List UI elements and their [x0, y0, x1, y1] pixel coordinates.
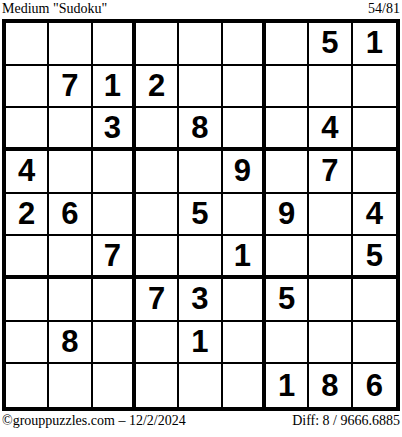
- cell-r6c1[interactable]: [6, 236, 49, 279]
- cell-r7c7-given[interactable]: 5: [266, 279, 309, 322]
- cell-r9c6[interactable]: [223, 364, 266, 407]
- cell-r6c2[interactable]: [49, 236, 92, 279]
- cell-r2c7[interactable]: [266, 66, 309, 109]
- cell-r2c4-given[interactable]: 2: [136, 66, 179, 109]
- cell-r5c6[interactable]: [223, 194, 266, 237]
- cell-r3c9[interactable]: [353, 108, 396, 151]
- cell-r7c3[interactable]: [93, 279, 136, 322]
- cell-r5c2-given[interactable]: 6: [49, 194, 92, 237]
- cell-r3c6[interactable]: [223, 108, 266, 151]
- cell-r9c5[interactable]: [179, 364, 222, 407]
- cell-r9c3[interactable]: [93, 364, 136, 407]
- cell-r5c7-given[interactable]: 9: [266, 194, 309, 237]
- cell-r9c4[interactable]: [136, 364, 179, 407]
- cell-r6c5[interactable]: [179, 236, 222, 279]
- copyright-text: ©grouppuzzles.com – 12/2/2024: [2, 413, 186, 429]
- cell-r2c5[interactable]: [179, 66, 222, 109]
- cell-r9c9-given[interactable]: 6: [353, 364, 396, 407]
- cell-r6c3-given[interactable]: 7: [93, 236, 136, 279]
- cell-r2c1[interactable]: [6, 66, 49, 109]
- cell-r2c2-given[interactable]: 7: [49, 66, 92, 109]
- cell-r4c5[interactable]: [179, 151, 222, 194]
- cell-r9c1[interactable]: [6, 364, 49, 407]
- cell-r1c1[interactable]: [6, 23, 49, 66]
- sudoku-page: Medium "Sudoku" 54/81 517123844972659471…: [0, 0, 402, 437]
- cell-r9c7-given[interactable]: 1: [266, 364, 309, 407]
- cell-r1c3[interactable]: [93, 23, 136, 66]
- cell-r8c4[interactable]: [136, 322, 179, 365]
- cell-r6c9-given[interactable]: 5: [353, 236, 396, 279]
- cell-r7c5-given[interactable]: 3: [179, 279, 222, 322]
- cell-r3c2[interactable]: [49, 108, 92, 151]
- difficulty-text: Diff: 8 / 9666.6885: [292, 413, 400, 429]
- cell-r7c8[interactable]: [309, 279, 352, 322]
- cell-r2c3-given[interactable]: 1: [93, 66, 136, 109]
- cell-r6c7[interactable]: [266, 236, 309, 279]
- cell-r5c9-given[interactable]: 4: [353, 194, 396, 237]
- cell-r3c8-given[interactable]: 4: [309, 108, 352, 151]
- cell-r4c7[interactable]: [266, 151, 309, 194]
- cell-r7c2[interactable]: [49, 279, 92, 322]
- cell-r5c5-given[interactable]: 5: [179, 194, 222, 237]
- cell-r7c4-given[interactable]: 7: [136, 279, 179, 322]
- cell-r1c4[interactable]: [136, 23, 179, 66]
- cell-r4c9[interactable]: [353, 151, 396, 194]
- cell-r2c9[interactable]: [353, 66, 396, 109]
- cell-r3c1[interactable]: [6, 108, 49, 151]
- cell-r9c8-given[interactable]: 8: [309, 364, 352, 407]
- cell-r2c8[interactable]: [309, 66, 352, 109]
- cell-r7c6[interactable]: [223, 279, 266, 322]
- sudoku-board: 517123844972659471573581186: [2, 19, 400, 411]
- cell-r8c8[interactable]: [309, 322, 352, 365]
- cell-r6c6-given[interactable]: 1: [223, 236, 266, 279]
- cell-r6c8[interactable]: [309, 236, 352, 279]
- cell-r5c8[interactable]: [309, 194, 352, 237]
- cell-r1c7[interactable]: [266, 23, 309, 66]
- cell-r3c4[interactable]: [136, 108, 179, 151]
- footer: ©grouppuzzles.com – 12/2/2024 Diff: 8 / …: [0, 411, 402, 433]
- cell-r3c3-given[interactable]: 3: [93, 108, 136, 151]
- puzzle-title: Medium "Sudoku": [2, 1, 107, 17]
- cell-r4c1-given[interactable]: 4: [6, 151, 49, 194]
- cell-r2c6[interactable]: [223, 66, 266, 109]
- cell-r3c7[interactable]: [266, 108, 309, 151]
- cell-r5c3[interactable]: [93, 194, 136, 237]
- cell-r4c6-given[interactable]: 9: [223, 151, 266, 194]
- cell-r1c8-given[interactable]: 5: [309, 23, 352, 66]
- cell-r4c4[interactable]: [136, 151, 179, 194]
- cell-r4c3[interactable]: [93, 151, 136, 194]
- cell-r8c6[interactable]: [223, 322, 266, 365]
- cell-r7c9[interactable]: [353, 279, 396, 322]
- cell-r1c6[interactable]: [223, 23, 266, 66]
- cell-r8c9[interactable]: [353, 322, 396, 365]
- empty-cell-counter: 54/81: [368, 1, 400, 17]
- cell-r4c2[interactable]: [49, 151, 92, 194]
- cell-r9c2[interactable]: [49, 364, 92, 407]
- cell-r8c2-given[interactable]: 8: [49, 322, 92, 365]
- cell-r8c5-given[interactable]: 1: [179, 322, 222, 365]
- header: Medium "Sudoku" 54/81: [0, 0, 402, 19]
- cell-r1c5[interactable]: [179, 23, 222, 66]
- cell-r8c7[interactable]: [266, 322, 309, 365]
- cell-r6c4[interactable]: [136, 236, 179, 279]
- cell-r5c1-given[interactable]: 2: [6, 194, 49, 237]
- cell-r3c5-given[interactable]: 8: [179, 108, 222, 151]
- cell-r4c8-given[interactable]: 7: [309, 151, 352, 194]
- cell-r8c1[interactable]: [6, 322, 49, 365]
- cell-r1c9-given[interactable]: 1: [353, 23, 396, 66]
- cell-r5c4[interactable]: [136, 194, 179, 237]
- cell-r1c2[interactable]: [49, 23, 92, 66]
- cell-r7c1[interactable]: [6, 279, 49, 322]
- cell-r8c3[interactable]: [93, 322, 136, 365]
